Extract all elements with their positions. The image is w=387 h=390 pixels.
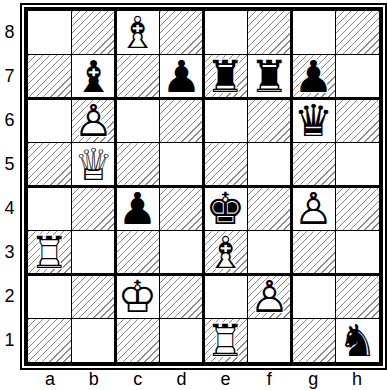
piece-white-bishop-outline-icon: ♗ xyxy=(116,11,159,54)
square-a8[interactable] xyxy=(28,11,71,54)
square-b8[interactable] xyxy=(72,11,115,54)
piece-white-rook-outline-icon: ♖ xyxy=(28,231,71,274)
square-c1[interactable] xyxy=(116,319,159,362)
square-c4[interactable]: ♟ xyxy=(116,187,159,230)
rank-label-7: 7 xyxy=(0,55,19,99)
file-label-g: g xyxy=(291,369,335,390)
square-c3[interactable] xyxy=(116,231,159,274)
piece-white-king-outline-icon: ♔ xyxy=(116,275,159,318)
piece-white-bishop-outline-icon: ♗ xyxy=(204,231,247,274)
square-a1[interactable] xyxy=(28,319,71,362)
square-f1[interactable] xyxy=(248,319,291,362)
square-g7[interactable]: ♟ xyxy=(292,55,335,98)
rank-label-4: 4 xyxy=(0,187,19,231)
square-d8[interactable] xyxy=(160,11,203,54)
square-h5[interactable] xyxy=(336,143,379,186)
piece-black-king[interactable]: ♚ xyxy=(204,187,247,230)
square-d6[interactable] xyxy=(160,99,203,142)
square-e3[interactable]: ♝♗ xyxy=(204,231,247,274)
piece-black-queen[interactable]: ♛ xyxy=(292,99,335,142)
square-e4[interactable]: ♚ xyxy=(204,187,247,230)
piece-black-rook[interactable]: ♜ xyxy=(248,55,291,98)
square-e8[interactable] xyxy=(204,11,247,54)
square-d5[interactable] xyxy=(160,143,203,186)
file-labels: abcdefgh xyxy=(28,369,379,390)
square-e6[interactable] xyxy=(204,99,247,142)
square-d4[interactable] xyxy=(160,187,203,230)
file-label-c: c xyxy=(116,369,160,390)
square-b7[interactable]: ♝ xyxy=(72,55,115,98)
piece-white-rook-outline-icon: ♖ xyxy=(204,319,247,362)
rank-label-8: 8 xyxy=(0,11,19,55)
square-d7[interactable]: ♟ xyxy=(160,55,203,98)
square-a5[interactable] xyxy=(28,143,71,186)
square-c7[interactable] xyxy=(116,55,159,98)
square-b3[interactable] xyxy=(72,231,115,274)
chess-diagram: 87654321 ♝♗♝♟♜♜♟♟♙♛♛♕♟♚♟♙♜♖♝♗♚♔♟♙♜♖♞ abc… xyxy=(0,0,387,390)
board-frame: ♝♗♝♟♜♜♟♟♙♛♛♕♟♚♟♙♜♖♝♗♚♔♟♙♜♖♞ xyxy=(24,7,383,366)
square-a7[interactable] xyxy=(28,55,71,98)
square-f4[interactable] xyxy=(248,187,291,230)
square-a3[interactable]: ♜♖ xyxy=(28,231,71,274)
file-label-h: h xyxy=(335,369,379,390)
square-c8[interactable]: ♝♗ xyxy=(116,11,159,54)
square-h3[interactable] xyxy=(336,231,379,274)
square-e5[interactable] xyxy=(204,143,247,186)
board-outer-frame: ♝♗♝♟♜♜♟♟♙♛♛♕♟♚♟♙♜♖♝♗♚♔♟♙♜♖♞ xyxy=(20,3,387,370)
square-b4[interactable] xyxy=(72,187,115,230)
piece-white-queen-outline-icon: ♕ xyxy=(72,143,115,186)
piece-black-bishop[interactable]: ♝ xyxy=(72,55,115,98)
rank-label-2: 2 xyxy=(0,274,19,318)
piece-white-pawn-outline-icon: ♙ xyxy=(292,187,335,230)
rank-label-6: 6 xyxy=(0,99,19,143)
piece-black-pawn[interactable]: ♟ xyxy=(292,55,335,98)
rank-label-1: 1 xyxy=(0,318,19,362)
square-f3[interactable] xyxy=(248,231,291,274)
square-a6[interactable] xyxy=(28,99,71,142)
square-a2[interactable] xyxy=(28,275,71,318)
square-c5[interactable] xyxy=(116,143,159,186)
square-b2[interactable] xyxy=(72,275,115,318)
square-g3[interactable] xyxy=(292,231,335,274)
square-g5[interactable] xyxy=(292,143,335,186)
square-d1[interactable] xyxy=(160,319,203,362)
square-h6[interactable] xyxy=(336,99,379,142)
square-h2[interactable] xyxy=(336,275,379,318)
square-g1[interactable] xyxy=(292,319,335,362)
square-h1[interactable]: ♞ xyxy=(336,319,379,362)
square-f5[interactable] xyxy=(248,143,291,186)
piece-white-pawn-outline-icon: ♙ xyxy=(72,99,115,142)
file-label-d: d xyxy=(160,369,204,390)
square-g2[interactable] xyxy=(292,275,335,318)
square-f6[interactable] xyxy=(248,99,291,142)
square-h8[interactable] xyxy=(336,11,379,54)
square-f8[interactable] xyxy=(248,11,291,54)
square-a4[interactable] xyxy=(28,187,71,230)
rank-labels: 87654321 xyxy=(0,11,19,362)
square-g8[interactable] xyxy=(292,11,335,54)
square-d3[interactable] xyxy=(160,231,203,274)
square-e7[interactable]: ♜ xyxy=(204,55,247,98)
square-f7[interactable]: ♜ xyxy=(248,55,291,98)
square-c2[interactable]: ♚♔ xyxy=(116,275,159,318)
square-b5[interactable]: ♛♕ xyxy=(72,143,115,186)
file-label-a: a xyxy=(28,369,72,390)
square-e1[interactable]: ♜♖ xyxy=(204,319,247,362)
rank-label-5: 5 xyxy=(0,143,19,187)
file-label-f: f xyxy=(247,369,291,390)
square-g4[interactable]: ♟♙ xyxy=(292,187,335,230)
rank-label-3: 3 xyxy=(0,230,19,274)
square-d2[interactable] xyxy=(160,275,203,318)
file-label-b: b xyxy=(72,369,116,390)
piece-black-pawn[interactable]: ♟ xyxy=(116,187,159,230)
file-label-e: e xyxy=(204,369,248,390)
square-h7[interactable] xyxy=(336,55,379,98)
square-h4[interactable] xyxy=(336,187,379,230)
square-e2[interactable] xyxy=(204,275,247,318)
square-c6[interactable] xyxy=(116,99,159,142)
piece-white-pawn-outline-icon: ♙ xyxy=(248,275,291,318)
piece-black-rook[interactable]: ♜ xyxy=(204,55,247,98)
square-b6[interactable]: ♟♙ xyxy=(72,99,115,142)
square-g6[interactable]: ♛ xyxy=(292,99,335,142)
piece-black-pawn[interactable]: ♟ xyxy=(160,55,203,98)
square-b1[interactable] xyxy=(72,319,115,362)
square-f2[interactable]: ♟♙ xyxy=(248,275,291,318)
piece-black-knight[interactable]: ♞ xyxy=(336,319,379,362)
